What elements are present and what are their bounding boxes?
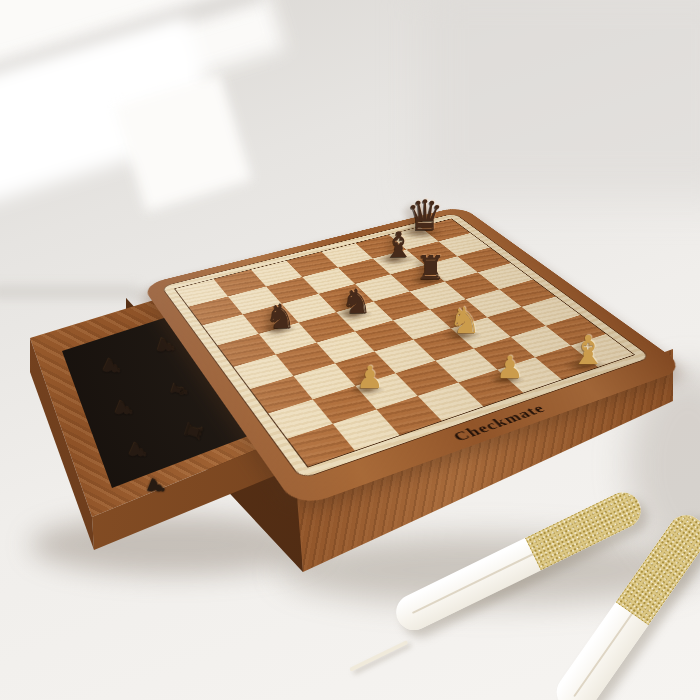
chess-piece-black-knight-d5: ♞	[342, 284, 372, 318]
chess-piece-white-bishop-h1: ♝	[570, 330, 606, 370]
chess-piece-black-knight-b5: ♞	[266, 299, 296, 333]
chess-piece-white-knight-f4: ♞	[449, 303, 481, 339]
chess-piece-white-pawn-c3: ♟	[356, 362, 384, 393]
chess-piece-black-rook-f6: ♜	[416, 251, 446, 284]
chess-piece-black-bishop-f7: ♝	[383, 228, 414, 263]
chess-piece-white-pawn-f2: ♟	[496, 352, 524, 383]
product-photo: ♟♟♟♝♟♜♟ Checkmate ♛♝♜♞♞♞♟♟♝	[0, 0, 700, 700]
pieces-layer: ♛♝♜♞♞♞♟♟♝	[0, 0, 700, 700]
